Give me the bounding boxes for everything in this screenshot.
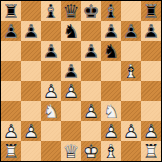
black-pawn-outline-glyph: ♙ bbox=[121, 21, 141, 41]
white-pawn-outline-glyph: ♙ bbox=[21, 121, 41, 141]
square-e3[interactable]: ♟♙ bbox=[81, 101, 101, 121]
black-knight-fill-glyph: ♞ bbox=[61, 21, 81, 41]
square-e8[interactable]: ♚♔ bbox=[81, 1, 101, 21]
square-f2[interactable]: ♟♙ bbox=[101, 121, 121, 141]
white-pawn-fill-glyph: ♟ bbox=[21, 121, 41, 141]
black-pawn-outline-glyph: ♙ bbox=[101, 21, 121, 41]
white-pawn[interactable]: ♟♙ bbox=[101, 121, 121, 141]
square-b3[interactable] bbox=[21, 101, 41, 121]
white-knight[interactable]: ♞♘ bbox=[41, 101, 61, 121]
black-pawn-fill-glyph: ♟ bbox=[81, 41, 101, 61]
square-g7[interactable]: ♟♙ bbox=[121, 21, 141, 41]
black-pawn[interactable]: ♟♙ bbox=[1, 21, 21, 41]
black-knight[interactable]: ♞♘ bbox=[101, 41, 121, 61]
white-queen-outline-glyph: ♕ bbox=[61, 141, 81, 161]
square-c5[interactable] bbox=[41, 61, 61, 81]
black-king-fill-glyph: ♚ bbox=[81, 1, 101, 21]
white-pawn[interactable]: ♟♙ bbox=[141, 121, 161, 141]
square-a1[interactable]: ♜♖ bbox=[1, 141, 21, 161]
square-e1[interactable]: ♚♔ bbox=[81, 141, 101, 161]
white-pawn-outline-glyph: ♙ bbox=[61, 81, 81, 101]
black-bishop[interactable]: ♝♗ bbox=[101, 1, 121, 21]
black-knight-outline-glyph: ♘ bbox=[101, 41, 121, 61]
square-d3[interactable] bbox=[61, 101, 81, 121]
black-pawn[interactable]: ♟♙ bbox=[41, 41, 61, 61]
square-c4[interactable]: ♟♙ bbox=[41, 81, 61, 101]
square-a4[interactable] bbox=[1, 81, 21, 101]
white-pawn[interactable]: ♟♙ bbox=[121, 121, 141, 141]
square-e7[interactable] bbox=[81, 21, 101, 41]
black-pawn-outline-glyph: ♙ bbox=[61, 61, 81, 81]
white-bishop[interactable]: ♝♗ bbox=[101, 141, 121, 161]
white-pawn-fill-glyph: ♟ bbox=[61, 81, 81, 101]
square-h4[interactable] bbox=[141, 81, 161, 101]
square-h1[interactable]: ♜♖ bbox=[141, 141, 161, 161]
white-rook-outline-glyph: ♖ bbox=[1, 141, 21, 161]
black-rook[interactable]: ♜♖ bbox=[1, 1, 21, 21]
square-b5[interactable] bbox=[21, 61, 41, 81]
white-king-fill-glyph: ♚ bbox=[81, 141, 101, 161]
white-pawn-outline-glyph: ♙ bbox=[141, 121, 161, 141]
square-h8[interactable]: ♜♖ bbox=[141, 1, 161, 21]
black-knight[interactable]: ♞♘ bbox=[61, 21, 81, 41]
square-c7[interactable] bbox=[41, 21, 61, 41]
white-pawn-fill-glyph: ♟ bbox=[121, 121, 141, 141]
black-queen[interactable]: ♛♕ bbox=[61, 1, 81, 21]
black-knight-outline-glyph: ♘ bbox=[61, 21, 81, 41]
white-bishop-outline-glyph: ♗ bbox=[101, 141, 121, 161]
white-pawn-outline-glyph: ♙ bbox=[101, 121, 121, 141]
black-rook[interactable]: ♜♖ bbox=[141, 1, 161, 21]
black-pawn-outline-glyph: ♙ bbox=[21, 21, 41, 41]
black-pawn[interactable]: ♟♙ bbox=[21, 21, 41, 41]
square-c2[interactable] bbox=[41, 121, 61, 141]
chess-board: ♜♖♝♗♛♕♚♔♝♗♜♖♟♙♟♙♞♘♟♙♟♙♟♙♟♙♟♙♞♘♟♙♝♗♟♙♟♙♞♘… bbox=[0, 0, 162, 162]
black-pawn[interactable]: ♟♙ bbox=[141, 21, 161, 41]
black-pawn-fill-glyph: ♟ bbox=[61, 61, 81, 81]
black-rook-fill-glyph: ♜ bbox=[141, 1, 161, 21]
black-bishop-fill-glyph: ♝ bbox=[101, 1, 121, 21]
black-pawn-fill-glyph: ♟ bbox=[21, 21, 41, 41]
square-a6[interactable] bbox=[1, 41, 21, 61]
white-pawn-fill-glyph: ♟ bbox=[81, 101, 101, 121]
square-c1[interactable] bbox=[41, 141, 61, 161]
square-b2[interactable]: ♟♙ bbox=[21, 121, 41, 141]
white-pawn[interactable]: ♟♙ bbox=[21, 121, 41, 141]
black-bishop-outline-glyph: ♗ bbox=[101, 1, 121, 21]
square-b1[interactable] bbox=[21, 141, 41, 161]
white-knight[interactable]: ♞♘ bbox=[101, 101, 121, 121]
black-bishop-outline-glyph: ♗ bbox=[41, 1, 61, 21]
black-pawn[interactable]: ♟♙ bbox=[101, 21, 121, 41]
white-king[interactable]: ♚♔ bbox=[81, 141, 101, 161]
white-rook-outline-glyph: ♖ bbox=[141, 141, 161, 161]
square-a2[interactable]: ♟♙ bbox=[1, 121, 21, 141]
black-pawn[interactable]: ♟♙ bbox=[81, 41, 101, 61]
square-c8[interactable]: ♝♗ bbox=[41, 1, 61, 21]
white-pawn-outline-glyph: ♙ bbox=[121, 121, 141, 141]
square-g4[interactable] bbox=[121, 81, 141, 101]
square-d8[interactable]: ♛♕ bbox=[61, 1, 81, 21]
square-f3[interactable]: ♞♘ bbox=[101, 101, 121, 121]
square-b4[interactable] bbox=[21, 81, 41, 101]
white-pawn[interactable]: ♟♙ bbox=[61, 81, 81, 101]
black-rook-outline-glyph: ♖ bbox=[1, 1, 21, 21]
white-pawn[interactable]: ♟♙ bbox=[41, 81, 61, 101]
square-a7[interactable]: ♟♙ bbox=[1, 21, 21, 41]
black-bishop-fill-glyph: ♝ bbox=[41, 1, 61, 21]
square-d1[interactable]: ♛♕ bbox=[61, 141, 81, 161]
square-b6[interactable] bbox=[21, 41, 41, 61]
white-knight-fill-glyph: ♞ bbox=[101, 101, 121, 121]
black-queen-outline-glyph: ♕ bbox=[61, 1, 81, 21]
square-a8[interactable]: ♜♖ bbox=[1, 1, 21, 21]
black-pawn[interactable]: ♟♙ bbox=[61, 61, 81, 81]
square-e4[interactable] bbox=[81, 81, 101, 101]
square-d6[interactable] bbox=[61, 41, 81, 61]
square-g8[interactable] bbox=[121, 1, 141, 21]
white-queen-fill-glyph: ♛ bbox=[61, 141, 81, 161]
black-pawn-fill-glyph: ♟ bbox=[101, 21, 121, 41]
square-f4[interactable] bbox=[101, 81, 121, 101]
white-knight-fill-glyph: ♞ bbox=[41, 101, 61, 121]
black-rook-outline-glyph: ♖ bbox=[141, 1, 161, 21]
square-h3[interactable] bbox=[141, 101, 161, 121]
white-pawn-outline-glyph: ♙ bbox=[41, 81, 61, 101]
white-rook[interactable]: ♜♖ bbox=[1, 141, 21, 161]
white-queen[interactable]: ♛♕ bbox=[61, 141, 81, 161]
square-g5[interactable]: ♝♗ bbox=[121, 61, 141, 81]
black-pawn-fill-glyph: ♟ bbox=[1, 21, 21, 41]
white-bishop-outline-glyph: ♗ bbox=[121, 61, 141, 81]
white-king-outline-glyph: ♔ bbox=[81, 141, 101, 161]
black-queen-fill-glyph: ♛ bbox=[61, 1, 81, 21]
square-h2[interactable]: ♟♙ bbox=[141, 121, 161, 141]
black-pawn-outline-glyph: ♙ bbox=[81, 41, 101, 61]
black-pawn-fill-glyph: ♟ bbox=[41, 41, 61, 61]
black-bishop[interactable]: ♝♗ bbox=[41, 1, 61, 21]
square-e2[interactable] bbox=[81, 121, 101, 141]
square-d7[interactable]: ♞♘ bbox=[61, 21, 81, 41]
square-h7[interactable]: ♟♙ bbox=[141, 21, 161, 41]
black-king[interactable]: ♚♔ bbox=[81, 1, 101, 21]
white-pawn-fill-glyph: ♟ bbox=[41, 81, 61, 101]
square-g1[interactable] bbox=[121, 141, 141, 161]
square-b7[interactable]: ♟♙ bbox=[21, 21, 41, 41]
white-bishop[interactable]: ♝♗ bbox=[121, 61, 141, 81]
white-rook-fill-glyph: ♜ bbox=[1, 141, 21, 161]
square-g2[interactable]: ♟♙ bbox=[121, 121, 141, 141]
square-g6[interactable] bbox=[121, 41, 141, 61]
white-pawn-outline-glyph: ♙ bbox=[81, 101, 101, 121]
black-pawn-outline-glyph: ♙ bbox=[1, 21, 21, 41]
black-pawn-fill-glyph: ♟ bbox=[141, 21, 161, 41]
white-pawn-fill-glyph: ♟ bbox=[101, 121, 121, 141]
white-bishop-fill-glyph: ♝ bbox=[121, 61, 141, 81]
square-g3[interactable] bbox=[121, 101, 141, 121]
white-pawn-outline-glyph: ♙ bbox=[1, 121, 21, 141]
square-h6[interactable] bbox=[141, 41, 161, 61]
white-pawn-fill-glyph: ♟ bbox=[1, 121, 21, 141]
square-f7[interactable]: ♟♙ bbox=[101, 21, 121, 41]
white-rook-fill-glyph: ♜ bbox=[141, 141, 161, 161]
square-h5[interactable] bbox=[141, 61, 161, 81]
black-knight-fill-glyph: ♞ bbox=[101, 41, 121, 61]
square-a5[interactable] bbox=[1, 61, 21, 81]
black-king-outline-glyph: ♔ bbox=[81, 1, 101, 21]
black-pawn-outline-glyph: ♙ bbox=[41, 41, 61, 61]
square-c3[interactable]: ♞♘ bbox=[41, 101, 61, 121]
square-c6[interactable]: ♟♙ bbox=[41, 41, 61, 61]
black-rook-fill-glyph: ♜ bbox=[1, 1, 21, 21]
square-f8[interactable]: ♝♗ bbox=[101, 1, 121, 21]
black-pawn-fill-glyph: ♟ bbox=[121, 21, 141, 41]
square-d5[interactable]: ♟♙ bbox=[61, 61, 81, 81]
white-knight-outline-glyph: ♘ bbox=[101, 101, 121, 121]
black-pawn-outline-glyph: ♙ bbox=[141, 21, 161, 41]
square-e5[interactable] bbox=[81, 61, 101, 81]
white-rook[interactable]: ♜♖ bbox=[141, 141, 161, 161]
square-e6[interactable]: ♟♙ bbox=[81, 41, 101, 61]
white-pawn[interactable]: ♟♙ bbox=[81, 101, 101, 121]
black-pawn[interactable]: ♟♙ bbox=[121, 21, 141, 41]
square-a3[interactable] bbox=[1, 101, 21, 121]
white-bishop-fill-glyph: ♝ bbox=[101, 141, 121, 161]
square-f5[interactable] bbox=[101, 61, 121, 81]
white-pawn-fill-glyph: ♟ bbox=[141, 121, 161, 141]
square-d4[interactable]: ♟♙ bbox=[61, 81, 81, 101]
square-b8[interactable] bbox=[21, 1, 41, 21]
white-knight-outline-glyph: ♘ bbox=[41, 101, 61, 121]
white-pawn[interactable]: ♟♙ bbox=[1, 121, 21, 141]
square-d2[interactable] bbox=[61, 121, 81, 141]
square-f6[interactable]: ♞♘ bbox=[101, 41, 121, 61]
square-f1[interactable]: ♝♗ bbox=[101, 141, 121, 161]
